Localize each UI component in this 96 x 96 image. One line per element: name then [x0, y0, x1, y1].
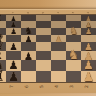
- piece-black-rook-a8: ♜: [0, 69, 5, 84]
- square-e7: [6, 35, 21, 43]
- square-a3: [66, 71, 81, 83]
- square-a5: [36, 71, 51, 83]
- square-a4: [51, 71, 66, 83]
- square-c3: ♞: [66, 51, 81, 61]
- square-f3: ♞: [66, 28, 81, 35]
- rank-labels-far: 87654321: [0, 10, 96, 15]
- square-c2: ♟: [81, 51, 96, 61]
- rank-labels-near: 87654321: [0, 82, 96, 91]
- square-e4: ♟: [51, 35, 66, 43]
- square-a2: ♟: [81, 71, 96, 83]
- square-a7: ♟: [6, 71, 21, 83]
- square-c4: [51, 51, 66, 61]
- square-e2: [81, 35, 96, 43]
- square-d2: ♟: [81, 42, 96, 51]
- square-e5: [36, 35, 51, 43]
- square-d6: [21, 42, 36, 51]
- square-b3: [66, 60, 81, 71]
- square-d7: ♟: [6, 42, 21, 51]
- square-f6: ♞: [21, 28, 36, 35]
- square-a6: [21, 71, 36, 83]
- square-c5: [36, 51, 51, 61]
- square-b5: [36, 60, 51, 71]
- square-e6: ♟: [21, 35, 36, 43]
- square-f2: ♟: [81, 28, 96, 35]
- piece-black-knight-b8: ♞: [0, 58, 5, 72]
- square-f5: [36, 28, 51, 35]
- piece-black-pawn-a7: ♟: [8, 71, 19, 84]
- square-e3: [66, 35, 81, 43]
- square-f7: ♟: [6, 28, 21, 35]
- square-d4: [51, 42, 66, 51]
- square-c6: ♟: [21, 51, 36, 61]
- square-f4: [51, 28, 66, 35]
- square-b2: ♟: [81, 60, 96, 71]
- square-c7: [6, 51, 21, 61]
- board-grid: ♜♟♟♜♟♟♝♟♞♞♟♝♚♟♟♚♛♟♟♛♝♟♞♟♝♞♟♟♜♟♟♜: [0, 15, 96, 82]
- chess-set-photo: 87654321 ♜♟♟♜♟♟♝♟♞♞♟♝♚♟♟♚♛♟♟♛♝♟♞♟♝♞♟♟♜♟♟…: [0, 0, 96, 96]
- square-b6: [21, 60, 36, 71]
- square-d3: [66, 42, 81, 51]
- square-b4: [51, 60, 66, 71]
- square-d5: [36, 42, 51, 51]
- piece-white-pawn-a2: ♟: [83, 71, 94, 84]
- board-frame: 87654321 ♜♟♟♜♟♟♝♟♞♞♟♝♚♟♟♚♛♟♟♛♝♟♞♟♝♞♟♟♜♟♟…: [0, 9, 96, 93]
- square-b7: ♟: [6, 60, 21, 71]
